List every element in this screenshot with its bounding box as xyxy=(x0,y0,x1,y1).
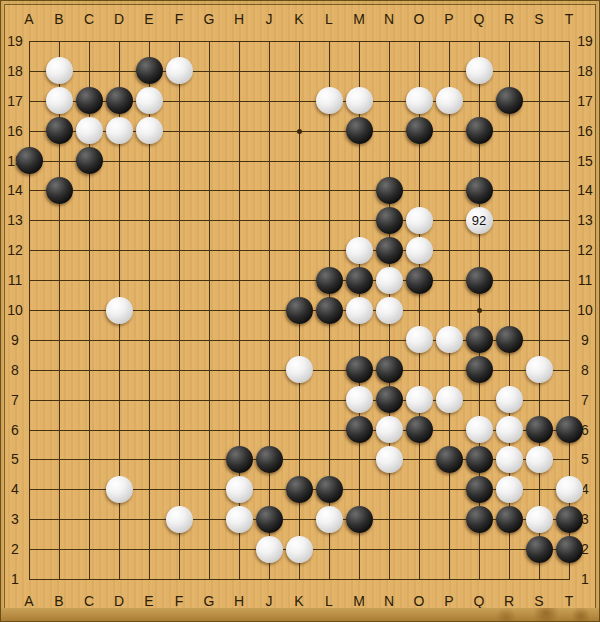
row-label-right-17: 17 xyxy=(573,93,597,109)
stone-white-P9 xyxy=(436,326,463,353)
stone-white-R6 xyxy=(496,416,523,443)
column-label-bottom-Q: Q xyxy=(467,593,491,609)
stone-black-R17 xyxy=(496,87,523,114)
stone-white-B18 xyxy=(46,57,73,84)
column-label-top-L: L xyxy=(317,11,341,27)
stone-white-Q13: 92 xyxy=(466,207,493,234)
stone-white-M12 xyxy=(346,237,373,264)
stone-black-R9 xyxy=(496,326,523,353)
stone-black-E18 xyxy=(136,57,163,84)
column-label-bottom-R: R xyxy=(497,593,521,609)
stone-white-C16 xyxy=(76,117,103,144)
stone-black-P5 xyxy=(436,446,463,473)
stone-white-H3 xyxy=(226,506,253,533)
stone-white-K8 xyxy=(286,356,313,383)
row-label-right-1: 1 xyxy=(573,571,597,587)
row-label-left-17: 17 xyxy=(3,93,27,109)
column-label-top-B: B xyxy=(47,11,71,27)
stone-black-N14 xyxy=(376,177,403,204)
stone-white-Q6 xyxy=(466,416,493,443)
column-label-top-A: A xyxy=(17,11,41,27)
stone-white-H4 xyxy=(226,476,253,503)
stone-white-S8 xyxy=(526,356,553,383)
column-label-top-C: C xyxy=(77,11,101,27)
row-label-left-11: 11 xyxy=(3,272,27,288)
stone-black-O11 xyxy=(406,267,433,294)
stone-black-C15 xyxy=(76,147,103,174)
row-label-left-18: 18 xyxy=(3,63,27,79)
column-label-top-N: N xyxy=(377,11,401,27)
stone-black-K10 xyxy=(286,297,313,324)
stone-white-S5 xyxy=(526,446,553,473)
stone-white-T4 xyxy=(556,476,583,503)
stone-black-M11 xyxy=(346,267,373,294)
stone-black-J3 xyxy=(256,506,283,533)
row-label-left-5: 5 xyxy=(3,451,27,467)
column-label-top-R: R xyxy=(497,11,521,27)
stone-white-Q18 xyxy=(466,57,493,84)
column-label-bottom-M: M xyxy=(347,593,371,609)
column-label-top-P: P xyxy=(437,11,461,27)
column-label-bottom-F: F xyxy=(167,593,191,609)
column-label-bottom-K: K xyxy=(287,593,311,609)
stone-white-M17 xyxy=(346,87,373,114)
row-label-right-11: 11 xyxy=(573,272,597,288)
row-label-right-16: 16 xyxy=(573,123,597,139)
column-label-top-M: M xyxy=(347,11,371,27)
row-label-left-12: 12 xyxy=(3,242,27,258)
stone-black-M3 xyxy=(346,506,373,533)
stone-white-B17 xyxy=(46,87,73,114)
row-label-left-9: 9 xyxy=(3,332,27,348)
stone-black-D17 xyxy=(106,87,133,114)
stone-white-O9 xyxy=(406,326,433,353)
stone-black-K4 xyxy=(286,476,313,503)
stone-black-T3 xyxy=(556,506,583,533)
row-label-left-13: 13 xyxy=(3,212,27,228)
stone-black-M16 xyxy=(346,117,373,144)
stone-black-Q14 xyxy=(466,177,493,204)
stone-white-R4 xyxy=(496,476,523,503)
stone-white-K2 xyxy=(286,536,313,563)
row-label-left-6: 6 xyxy=(3,422,27,438)
row-label-left-2: 2 xyxy=(3,541,27,557)
stone-black-Q4 xyxy=(466,476,493,503)
stone-black-N7 xyxy=(376,386,403,413)
bottom-decoration xyxy=(1,608,600,621)
stone-white-R5 xyxy=(496,446,523,473)
column-label-bottom-O: O xyxy=(407,593,431,609)
stone-black-O6 xyxy=(406,416,433,443)
stone-white-J2 xyxy=(256,536,283,563)
hoshi-K16 xyxy=(297,129,302,134)
stone-white-D10 xyxy=(106,297,133,324)
stone-black-Q11 xyxy=(466,267,493,294)
row-label-right-19: 19 xyxy=(573,33,597,49)
column-label-bottom-S: S xyxy=(527,593,551,609)
stone-black-T6 xyxy=(556,416,583,443)
column-label-top-J: J xyxy=(257,11,281,27)
stone-black-B16 xyxy=(46,117,73,144)
stone-black-M6 xyxy=(346,416,373,443)
row-label-right-14: 14 xyxy=(573,182,597,198)
stone-black-H5 xyxy=(226,446,253,473)
stone-white-O12 xyxy=(406,237,433,264)
row-label-right-10: 10 xyxy=(573,302,597,318)
stone-white-E17 xyxy=(136,87,163,114)
stone-white-D4 xyxy=(106,476,133,503)
stone-black-L4 xyxy=(316,476,343,503)
stone-white-O17 xyxy=(406,87,433,114)
stone-black-N12 xyxy=(376,237,403,264)
stone-white-P17 xyxy=(436,87,463,114)
column-label-top-T: T xyxy=(557,11,581,27)
row-label-left-14: 14 xyxy=(3,182,27,198)
column-label-bottom-L: L xyxy=(317,593,341,609)
stone-white-L17 xyxy=(316,87,343,114)
stone-black-Q9 xyxy=(466,326,493,353)
stone-black-O16 xyxy=(406,117,433,144)
row-label-right-8: 8 xyxy=(573,362,597,378)
column-label-top-Q: Q xyxy=(467,11,491,27)
stone-black-B14 xyxy=(46,177,73,204)
row-label-right-13: 13 xyxy=(573,212,597,228)
stone-black-C17 xyxy=(76,87,103,114)
stone-black-N13 xyxy=(376,207,403,234)
column-label-top-S: S xyxy=(527,11,551,27)
column-label-top-D: D xyxy=(107,11,131,27)
column-label-bottom-E: E xyxy=(137,593,161,609)
stone-white-F3 xyxy=(166,506,193,533)
column-label-top-H: H xyxy=(227,11,251,27)
stone-white-R7 xyxy=(496,386,523,413)
go-board-widget: AABBCCDDEEFFGGHHJJKKLLMMNNOOPPQQRRSSTT19… xyxy=(0,0,600,622)
stone-white-F18 xyxy=(166,57,193,84)
row-label-right-18: 18 xyxy=(573,63,597,79)
stone-white-P7 xyxy=(436,386,463,413)
stone-white-N5 xyxy=(376,446,403,473)
column-label-top-G: G xyxy=(197,11,221,27)
stone-white-L3 xyxy=(316,506,343,533)
column-label-bottom-T: T xyxy=(557,593,581,609)
stone-white-M7 xyxy=(346,386,373,413)
stone-black-Q16 xyxy=(466,117,493,144)
stone-black-R3 xyxy=(496,506,523,533)
stone-black-L10 xyxy=(316,297,343,324)
column-label-bottom-G: G xyxy=(197,593,221,609)
row-label-left-7: 7 xyxy=(3,392,27,408)
move-number-label: 92 xyxy=(472,214,486,227)
row-label-right-15: 15 xyxy=(573,153,597,169)
stone-black-A15 xyxy=(16,147,43,174)
row-label-left-3: 3 xyxy=(3,511,27,527)
row-label-right-9: 9 xyxy=(573,332,597,348)
stone-black-S6 xyxy=(526,416,553,443)
column-label-top-E: E xyxy=(137,11,161,27)
row-label-left-4: 4 xyxy=(3,481,27,497)
stone-white-N11 xyxy=(376,267,403,294)
stone-white-O13 xyxy=(406,207,433,234)
column-label-bottom-P: P xyxy=(437,593,461,609)
row-label-right-12: 12 xyxy=(573,242,597,258)
stone-black-Q3 xyxy=(466,506,493,533)
column-label-bottom-D: D xyxy=(107,593,131,609)
column-label-bottom-N: N xyxy=(377,593,401,609)
stone-white-N6 xyxy=(376,416,403,443)
stone-white-O7 xyxy=(406,386,433,413)
row-label-left-1: 1 xyxy=(3,571,27,587)
hoshi-Q10 xyxy=(477,308,482,313)
stone-white-S3 xyxy=(526,506,553,533)
stone-black-M8 xyxy=(346,356,373,383)
column-label-top-F: F xyxy=(167,11,191,27)
column-label-bottom-A: A xyxy=(17,593,41,609)
column-label-bottom-C: C xyxy=(77,593,101,609)
column-label-bottom-J: J xyxy=(257,593,281,609)
row-label-left-19: 19 xyxy=(3,33,27,49)
stone-black-L11 xyxy=(316,267,343,294)
row-label-right-7: 7 xyxy=(573,392,597,408)
row-label-left-8: 8 xyxy=(3,362,27,378)
column-label-top-K: K xyxy=(287,11,311,27)
row-label-left-16: 16 xyxy=(3,123,27,139)
column-label-bottom-B: B xyxy=(47,593,71,609)
stone-black-Q5 xyxy=(466,446,493,473)
stone-white-E16 xyxy=(136,117,163,144)
stone-white-N10 xyxy=(376,297,403,324)
stone-black-J5 xyxy=(256,446,283,473)
stone-black-S2 xyxy=(526,536,553,563)
column-label-top-O: O xyxy=(407,11,431,27)
stone-white-D16 xyxy=(106,117,133,144)
stone-black-Q8 xyxy=(466,356,493,383)
row-label-left-10: 10 xyxy=(3,302,27,318)
column-label-bottom-H: H xyxy=(227,593,251,609)
stone-white-M10 xyxy=(346,297,373,324)
row-label-right-5: 5 xyxy=(573,451,597,467)
stone-black-N8 xyxy=(376,356,403,383)
stone-black-T2 xyxy=(556,536,583,563)
